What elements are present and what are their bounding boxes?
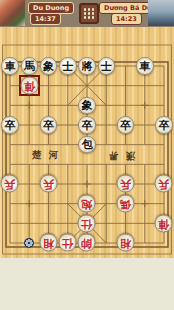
- bottom-panel: [0, 258, 174, 310]
- red-soldier[interactable]: 兵: [117, 175, 135, 193]
- black-soldier[interactable]: 卒: [78, 116, 96, 134]
- black-general[interactable]: 將: [78, 57, 96, 75]
- black-soldier[interactable]: 卒: [40, 116, 58, 134]
- red-advisor[interactable]: 仕: [78, 215, 96, 233]
- black-elephant[interactable]: 象: [78, 97, 96, 115]
- red-horse[interactable]: 傌: [117, 195, 135, 213]
- red-soldier[interactable]: 兵: [40, 175, 58, 193]
- black-soldier[interactable]: 卒: [155, 116, 173, 134]
- red-elephant[interactable]: 相: [40, 234, 58, 252]
- black-elephant[interactable]: 象: [40, 57, 58, 75]
- black-soldier[interactable]: 卒: [117, 116, 135, 134]
- black-cannon[interactable]: 包: [78, 136, 96, 154]
- black-advisor[interactable]: 士: [98, 57, 116, 75]
- red-elephant[interactable]: 相: [117, 234, 135, 252]
- black-advisor[interactable]: 士: [59, 57, 77, 75]
- black-chariot[interactable]: 車: [136, 57, 154, 75]
- red-chariot[interactable]: 俥: [155, 215, 173, 233]
- red-chariot[interactable]: 俥: [21, 77, 39, 95]
- app-screen: Du Duong 14:37 Dương Bá Dự 14:23 0:49 楚 …: [0, 0, 174, 310]
- black-chariot[interactable]: 車: [1, 57, 19, 75]
- black-horse[interactable]: 馬: [21, 57, 39, 75]
- black-soldier[interactable]: 卒: [1, 116, 19, 134]
